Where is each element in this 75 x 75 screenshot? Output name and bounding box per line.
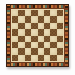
mosaic-inlay-border-right — [65, 5, 68, 66]
photo-background: { "game": "chess", "position": "8/8/8/8/… — [0, 0, 75, 75]
board-squares-grid — [12, 10, 63, 61]
chess-board — [6, 4, 69, 67]
board-inner-line — [11, 9, 64, 62]
mosaic-inlay-border-bottom — [7, 63, 68, 66]
square-h1[interactable] — [57, 55, 63, 61]
board-inner-frame — [10, 8, 65, 63]
